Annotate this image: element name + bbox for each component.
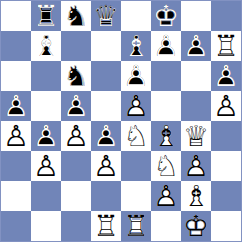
square-g3[interactable]: ♟♙ <box>181 151 211 181</box>
white-bishop-fill-glyph: ♝ <box>151 121 181 151</box>
square-b4[interactable]: ♟♙ <box>31 121 61 151</box>
piece-black-pawn[interactable]: ♟♙ <box>211 61 241 91</box>
piece-black-pawn[interactable]: ♟♙ <box>151 31 181 61</box>
white-pawn-fill-glyph: ♟ <box>211 91 241 121</box>
white-pawn-outline-glyph: ♙ <box>181 151 211 181</box>
black-pawn-outline-glyph: ♙ <box>121 61 151 91</box>
black-queen-outline-glyph: ♕ <box>91 1 121 31</box>
square-h4[interactable] <box>211 121 241 151</box>
white-pawn-fill-glyph: ♟ <box>61 121 91 151</box>
piece-black-pawn[interactable]: ♟♙ <box>121 61 151 91</box>
square-d5[interactable] <box>91 91 121 121</box>
black-pawn-fill-glyph: ♟ <box>1 91 31 121</box>
square-f2[interactable]: ♟♙ <box>151 181 181 211</box>
black-queen-fill-glyph: ♛ <box>91 1 121 31</box>
black-pawn-fill-glyph: ♟ <box>151 31 181 61</box>
piece-white-pawn[interactable]: ♟♙ <box>151 181 181 211</box>
piece-white-knight[interactable]: ♞♘ <box>121 121 151 151</box>
black-pawn-outline-glyph: ♙ <box>211 61 241 91</box>
square-d2[interactable] <box>91 181 121 211</box>
white-pawn-fill-glyph: ♟ <box>151 181 181 211</box>
piece-white-rook[interactable]: ♜♖ <box>121 211 151 241</box>
white-pawn-outline-glyph: ♙ <box>151 181 181 211</box>
black-pawn-fill-glyph: ♟ <box>31 121 61 151</box>
square-d7[interactable] <box>91 31 121 61</box>
square-b3[interactable]: ♟♙ <box>31 151 61 181</box>
piece-white-bishop[interactable]: ♝♗ <box>181 181 211 211</box>
white-pawn-outline-glyph: ♙ <box>211 91 241 121</box>
black-pawn-outline-glyph: ♙ <box>151 31 181 61</box>
white-pawn-outline-glyph: ♙ <box>91 151 121 181</box>
white-pawn-outline-glyph: ♙ <box>31 151 61 181</box>
square-f6[interactable] <box>151 61 181 91</box>
square-b6[interactable] <box>31 61 61 91</box>
square-e1[interactable]: ♜♖ <box>121 211 151 241</box>
white-bishop-outline-glyph: ♗ <box>181 181 211 211</box>
white-knight-outline-glyph: ♘ <box>151 151 181 181</box>
square-c6[interactable]: ♞♘ <box>61 61 91 91</box>
square-e2[interactable] <box>121 181 151 211</box>
square-f3[interactable]: ♞♘ <box>151 151 181 181</box>
black-pawn-outline-glyph: ♙ <box>31 121 61 151</box>
piece-white-pawn[interactable]: ♟♙ <box>181 151 211 181</box>
white-rook-fill-glyph: ♜ <box>211 31 241 61</box>
square-g4[interactable]: ♛♕ <box>181 121 211 151</box>
square-b5[interactable] <box>31 91 61 121</box>
black-pawn-fill-glyph: ♟ <box>211 61 241 91</box>
square-b2[interactable] <box>31 181 61 211</box>
black-bishop-outline-glyph: ♗ <box>31 31 61 61</box>
square-a1[interactable] <box>1 211 31 241</box>
square-b7[interactable]: ♝♗ <box>31 31 61 61</box>
black-pawn-fill-glyph: ♟ <box>61 91 91 121</box>
piece-black-pawn[interactable]: ♟♙ <box>61 91 91 121</box>
black-knight-outline-glyph: ♘ <box>61 61 91 91</box>
square-d4[interactable]: ♟♙ <box>91 121 121 151</box>
white-pawn-outline-glyph: ♙ <box>61 121 91 151</box>
square-h3[interactable] <box>211 151 241 181</box>
square-f4[interactable]: ♝♗ <box>151 121 181 151</box>
white-queen-fill-glyph: ♛ <box>181 121 211 151</box>
chess-board: ♜♖♞♘♛♕♚♔♝♗♝♗♟♙♟♙♜♖♞♘♟♙♟♙♟♙♟♙♟♙♟♙♟♙♟♙♟♙♟♙… <box>0 0 242 242</box>
black-knight-outline-glyph: ♘ <box>61 1 91 31</box>
square-c5[interactable]: ♟♙ <box>61 91 91 121</box>
black-bishop-fill-glyph: ♝ <box>121 31 151 61</box>
square-h8[interactable] <box>211 1 241 31</box>
black-bishop-fill-glyph: ♝ <box>31 31 61 61</box>
square-a3[interactable] <box>1 151 31 181</box>
piece-black-knight[interactable]: ♞♘ <box>61 61 91 91</box>
white-pawn-fill-glyph: ♟ <box>91 151 121 181</box>
square-a5[interactable]: ♟♙ <box>1 91 31 121</box>
black-pawn-fill-glyph: ♟ <box>91 121 121 151</box>
black-king-fill-glyph: ♚ <box>151 1 181 31</box>
square-c1[interactable] <box>61 211 91 241</box>
white-bishop-fill-glyph: ♝ <box>181 181 211 211</box>
black-pawn-outline-glyph: ♙ <box>1 91 31 121</box>
piece-white-king[interactable]: ♚♔ <box>181 211 211 241</box>
square-a7[interactable] <box>1 31 31 61</box>
white-knight-outline-glyph: ♘ <box>121 121 151 151</box>
piece-black-queen[interactable]: ♛♕ <box>91 1 121 31</box>
white-king-fill-glyph: ♚ <box>181 211 211 241</box>
piece-white-pawn[interactable]: ♟♙ <box>31 151 61 181</box>
square-h5[interactable]: ♟♙ <box>211 91 241 121</box>
white-knight-fill-glyph: ♞ <box>151 151 181 181</box>
piece-black-bishop[interactable]: ♝♗ <box>31 31 61 61</box>
piece-white-pawn[interactable]: ♟♙ <box>211 91 241 121</box>
white-knight-fill-glyph: ♞ <box>121 121 151 151</box>
piece-black-pawn[interactable]: ♟♙ <box>181 31 211 61</box>
square-g6[interactable] <box>181 61 211 91</box>
piece-white-rook[interactable]: ♜♖ <box>91 211 121 241</box>
piece-white-pawn[interactable]: ♟♙ <box>1 121 31 151</box>
piece-black-king[interactable]: ♚♔ <box>151 1 181 31</box>
white-pawn-outline-glyph: ♙ <box>1 121 31 151</box>
piece-white-pawn[interactable]: ♟♙ <box>61 121 91 151</box>
square-g8[interactable] <box>181 1 211 31</box>
square-g2[interactable]: ♝♗ <box>181 181 211 211</box>
black-knight-fill-glyph: ♞ <box>61 1 91 31</box>
square-c2[interactable] <box>61 181 91 211</box>
piece-white-queen[interactable]: ♛♕ <box>181 121 211 151</box>
piece-white-pawn[interactable]: ♟♙ <box>121 91 151 121</box>
black-king-outline-glyph: ♔ <box>151 1 181 31</box>
black-pawn-fill-glyph: ♟ <box>181 31 211 61</box>
white-rook-fill-glyph: ♜ <box>91 211 121 241</box>
square-a6[interactable] <box>1 61 31 91</box>
square-d3[interactable]: ♟♙ <box>91 151 121 181</box>
white-bishop-outline-glyph: ♗ <box>151 121 181 151</box>
piece-white-pawn[interactable]: ♟♙ <box>91 151 121 181</box>
black-pawn-fill-glyph: ♟ <box>121 61 151 91</box>
white-pawn-outline-glyph: ♙ <box>121 91 151 121</box>
square-e3[interactable] <box>121 151 151 181</box>
piece-black-bishop[interactable]: ♝♗ <box>121 31 151 61</box>
piece-black-pawn[interactable]: ♟♙ <box>91 121 121 151</box>
white-rook-outline-glyph: ♖ <box>91 211 121 241</box>
square-h2[interactable] <box>211 181 241 211</box>
square-h1[interactable] <box>211 211 241 241</box>
piece-white-bishop[interactable]: ♝♗ <box>151 121 181 151</box>
square-a2[interactable] <box>1 181 31 211</box>
white-pawn-fill-glyph: ♟ <box>31 151 61 181</box>
white-pawn-fill-glyph: ♟ <box>181 151 211 181</box>
square-e5[interactable]: ♟♙ <box>121 91 151 121</box>
square-d1[interactable]: ♜♖ <box>91 211 121 241</box>
black-rook-outline-glyph: ♖ <box>31 1 61 31</box>
square-g1[interactable]: ♚♔ <box>181 211 211 241</box>
square-h6[interactable]: ♟♙ <box>211 61 241 91</box>
square-b8[interactable]: ♜♖ <box>31 1 61 31</box>
white-queen-outline-glyph: ♕ <box>181 121 211 151</box>
black-bishop-outline-glyph: ♗ <box>121 31 151 61</box>
white-king-outline-glyph: ♔ <box>181 211 211 241</box>
white-rook-outline-glyph: ♖ <box>211 31 241 61</box>
square-a4[interactable]: ♟♙ <box>1 121 31 151</box>
square-h7[interactable]: ♜♖ <box>211 31 241 61</box>
square-e6[interactable]: ♟♙ <box>121 61 151 91</box>
white-pawn-fill-glyph: ♟ <box>1 121 31 151</box>
piece-white-knight[interactable]: ♞♘ <box>151 151 181 181</box>
piece-black-pawn[interactable]: ♟♙ <box>1 91 31 121</box>
square-c4[interactable]: ♟♙ <box>61 121 91 151</box>
square-f1[interactable] <box>151 211 181 241</box>
square-e4[interactable]: ♞♘ <box>121 121 151 151</box>
square-d6[interactable] <box>91 61 121 91</box>
black-pawn-outline-glyph: ♙ <box>181 31 211 61</box>
piece-black-rook[interactable]: ♜♖ <box>31 1 61 31</box>
square-g5[interactable] <box>181 91 211 121</box>
white-pawn-fill-glyph: ♟ <box>121 91 151 121</box>
white-rook-outline-glyph: ♖ <box>121 211 151 241</box>
square-f7[interactable]: ♟♙ <box>151 31 181 61</box>
piece-white-rook[interactable]: ♜♖ <box>211 31 241 61</box>
square-c7[interactable] <box>61 31 91 61</box>
black-rook-fill-glyph: ♜ <box>31 1 61 31</box>
black-pawn-outline-glyph: ♙ <box>91 121 121 151</box>
square-f8[interactable]: ♚♔ <box>151 1 181 31</box>
square-g7[interactable]: ♟♙ <box>181 31 211 61</box>
square-d8[interactable]: ♛♕ <box>91 1 121 31</box>
square-f5[interactable] <box>151 91 181 121</box>
square-c3[interactable] <box>61 151 91 181</box>
square-b1[interactable] <box>31 211 61 241</box>
white-rook-fill-glyph: ♜ <box>121 211 151 241</box>
square-c8[interactable]: ♞♘ <box>61 1 91 31</box>
square-e7[interactable]: ♝♗ <box>121 31 151 61</box>
square-a8[interactable] <box>1 1 31 31</box>
piece-black-knight[interactable]: ♞♘ <box>61 1 91 31</box>
piece-black-pawn[interactable]: ♟♙ <box>31 121 61 151</box>
square-e8[interactable] <box>121 1 151 31</box>
black-knight-fill-glyph: ♞ <box>61 61 91 91</box>
black-pawn-outline-glyph: ♙ <box>61 91 91 121</box>
